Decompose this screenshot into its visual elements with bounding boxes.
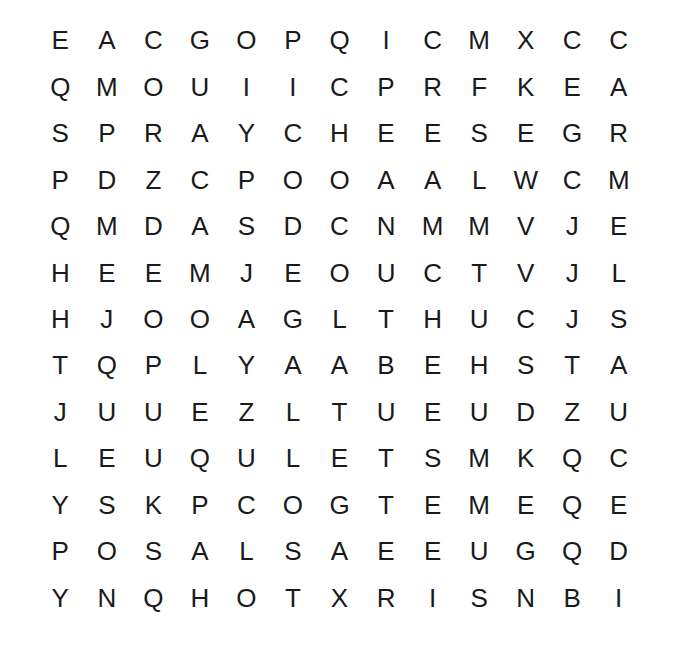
grid-cell[interactable]: C [549, 17, 596, 63]
grid-cell[interactable]: U [84, 389, 131, 435]
grid-cell[interactable]: Y [223, 342, 270, 388]
grid-cell[interactable]: P [223, 156, 270, 202]
grid-cell[interactable]: O [177, 296, 224, 342]
grid-cell[interactable]: E [502, 482, 549, 528]
grid-cell[interactable]: P [84, 110, 131, 156]
word-search-grid: EACGOPQICMXCCQMOUIICPRFKEASPRAYCHEESEGRP… [37, 17, 642, 621]
grid-cell[interactable]: T [363, 435, 410, 481]
grid-cell[interactable]: G [270, 296, 317, 342]
grid-cell[interactable]: U [363, 389, 410, 435]
grid-cell[interactable]: U [456, 389, 503, 435]
grid-cell[interactable]: G [502, 528, 549, 574]
grid-cell[interactable]: E [177, 389, 224, 435]
grid-cell[interactable]: O [223, 17, 270, 63]
grid-cell[interactable]: I [409, 575, 456, 621]
grid-cell[interactable]: Y [223, 110, 270, 156]
grid-cell[interactable]: R [409, 63, 456, 109]
grid-cell[interactable]: L [270, 435, 317, 481]
grid-cell[interactable]: E [363, 110, 410, 156]
grid-cell[interactable]: L [177, 342, 224, 388]
grid-cell[interactable]: A [316, 342, 363, 388]
grid-cell[interactable]: A [316, 528, 363, 574]
grid-cell[interactable]: U [223, 435, 270, 481]
grid-cell[interactable]: Q [177, 435, 224, 481]
grid-cell[interactable]: E [363, 528, 410, 574]
grid-cell[interactable]: P [177, 482, 224, 528]
grid-cell[interactable]: A [177, 110, 224, 156]
grid-cell[interactable]: E [409, 482, 456, 528]
grid-cell[interactable]: L [37, 435, 84, 481]
grid-cell[interactable]: J [223, 249, 270, 295]
grid-cell[interactable]: A [84, 17, 131, 63]
grid-cell[interactable]: T [456, 249, 503, 295]
grid-cell[interactable]: Z [223, 389, 270, 435]
grid-cell[interactable]: L [223, 528, 270, 574]
grid-cell[interactable]: S [595, 296, 642, 342]
grid-cell[interactable]: H [316, 110, 363, 156]
grid-cell[interactable]: P [37, 528, 84, 574]
grid-cell[interactable]: C [595, 435, 642, 481]
grid-cell[interactable]: X [316, 575, 363, 621]
grid-cell[interactable]: S [223, 203, 270, 249]
grid-cell[interactable]: V [502, 249, 549, 295]
grid-cell[interactable]: P [363, 63, 410, 109]
grid-cell[interactable]: A [595, 63, 642, 109]
grid-cell[interactable]: O [316, 249, 363, 295]
grid-cell[interactable]: P [270, 17, 317, 63]
grid-cell[interactable]: C [130, 17, 177, 63]
grid-cell[interactable]: A [177, 203, 224, 249]
grid-cell[interactable]: T [363, 296, 410, 342]
grid-cell[interactable]: E [595, 482, 642, 528]
grid-cell[interactable]: J [84, 296, 131, 342]
grid-cell[interactable]: Z [130, 156, 177, 202]
grid-cell[interactable]: O [270, 156, 317, 202]
grid-cell[interactable]: K [502, 435, 549, 481]
grid-cell[interactable]: J [549, 203, 596, 249]
grid-cell[interactable]: O [223, 575, 270, 621]
grid-cell[interactable]: Y [37, 482, 84, 528]
grid-cell[interactable]: H [37, 249, 84, 295]
grid-cell[interactable]: C [177, 156, 224, 202]
grid-cell[interactable]: C [223, 482, 270, 528]
grid-cell[interactable]: O [130, 63, 177, 109]
grid-cell[interactable]: R [595, 110, 642, 156]
grid-cell[interactable]: T [37, 342, 84, 388]
grid-cell[interactable]: X [502, 17, 549, 63]
grid-cell[interactable]: I [595, 575, 642, 621]
grid-cell[interactable]: Q [84, 342, 131, 388]
grid-cell[interactable]: U [177, 63, 224, 109]
grid-cell[interactable]: T [316, 389, 363, 435]
grid-cell[interactable]: H [456, 342, 503, 388]
grid-cell[interactable]: D [130, 203, 177, 249]
grid-cell[interactable]: N [84, 575, 131, 621]
grid-cell[interactable]: C [409, 249, 456, 295]
grid-cell[interactable]: C [595, 17, 642, 63]
grid-cell[interactable]: O [84, 528, 131, 574]
grid-cell[interactable]: G [316, 482, 363, 528]
grid-cell[interactable]: B [363, 342, 410, 388]
grid-cell[interactable]: M [84, 63, 131, 109]
grid-cell[interactable]: D [84, 156, 131, 202]
grid-cell[interactable]: L [316, 296, 363, 342]
grid-cell[interactable]: U [595, 389, 642, 435]
grid-cell[interactable]: Q [37, 203, 84, 249]
grid-cell[interactable]: L [456, 156, 503, 202]
grid-cell[interactable]: Q [549, 435, 596, 481]
grid-cell[interactable]: W [502, 156, 549, 202]
grid-cell[interactable]: S [409, 435, 456, 481]
grid-cell[interactable]: I [270, 63, 317, 109]
grid-cell[interactable]: A [270, 342, 317, 388]
grid-cell[interactable]: E [270, 249, 317, 295]
grid-cell[interactable]: A [595, 342, 642, 388]
grid-cell[interactable]: S [130, 528, 177, 574]
grid-cell[interactable]: C [270, 110, 317, 156]
grid-cell[interactable]: N [502, 575, 549, 621]
grid-cell[interactable]: H [409, 296, 456, 342]
grid-cell[interactable]: S [84, 482, 131, 528]
grid-cell[interactable]: E [84, 435, 131, 481]
grid-cell[interactable]: E [502, 110, 549, 156]
grid-cell[interactable]: J [549, 296, 596, 342]
grid-cell[interactable]: D [270, 203, 317, 249]
grid-cell[interactable]: K [130, 482, 177, 528]
grid-cell[interactable]: S [37, 110, 84, 156]
grid-cell[interactable]: P [37, 156, 84, 202]
grid-cell[interactable]: A [177, 528, 224, 574]
grid-cell[interactable]: H [177, 575, 224, 621]
grid-cell[interactable]: U [456, 528, 503, 574]
grid-cell[interactable]: G [177, 17, 224, 63]
grid-cell[interactable]: J [549, 249, 596, 295]
grid-cell[interactable]: A [363, 156, 410, 202]
grid-cell[interactable]: R [130, 110, 177, 156]
grid-cell[interactable]: S [502, 342, 549, 388]
grid-cell[interactable]: L [595, 249, 642, 295]
grid-cell[interactable]: U [456, 296, 503, 342]
grid-cell[interactable]: E [549, 63, 596, 109]
grid-cell[interactable]: I [363, 17, 410, 63]
grid-cell[interactable]: C [549, 156, 596, 202]
grid-cell[interactable]: C [316, 63, 363, 109]
grid-cell[interactable]: U [130, 435, 177, 481]
grid-cell[interactable]: N [363, 203, 410, 249]
grid-cell[interactable]: E [409, 342, 456, 388]
grid-cell[interactable]: D [595, 528, 642, 574]
grid-cell[interactable]: O [316, 156, 363, 202]
grid-cell[interactable]: Y [37, 575, 84, 621]
grid-cell[interactable]: F [456, 63, 503, 109]
grid-cell[interactable]: C [409, 17, 456, 63]
grid-cell[interactable]: M [456, 17, 503, 63]
grid-cell[interactable]: S [456, 110, 503, 156]
grid-cell[interactable]: Q [130, 575, 177, 621]
grid-cell[interactable]: E [37, 17, 84, 63]
grid-cell[interactable]: M [409, 203, 456, 249]
grid-cell[interactable]: C [316, 203, 363, 249]
grid-cell[interactable]: Q [316, 17, 363, 63]
grid-cell[interactable]: G [549, 110, 596, 156]
grid-cell[interactable]: D [502, 389, 549, 435]
grid-cell[interactable]: A [223, 296, 270, 342]
grid-cell[interactable]: E [595, 203, 642, 249]
grid-cell[interactable]: T [549, 342, 596, 388]
grid-cell[interactable]: M [456, 435, 503, 481]
grid-cell[interactable]: L [270, 389, 317, 435]
grid-cell[interactable]: E [409, 110, 456, 156]
grid-cell[interactable]: J [37, 389, 84, 435]
grid-cell[interactable]: U [130, 389, 177, 435]
grid-cell[interactable]: R [363, 575, 410, 621]
grid-cell[interactable]: M [456, 482, 503, 528]
grid-cell[interactable]: I [223, 63, 270, 109]
grid-cell[interactable]: U [363, 249, 410, 295]
grid-cell[interactable]: S [456, 575, 503, 621]
grid-cell[interactable]: T [363, 482, 410, 528]
grid-cell[interactable]: O [270, 482, 317, 528]
grid-cell[interactable]: Q [549, 482, 596, 528]
grid-cell[interactable]: Z [549, 389, 596, 435]
grid-cell[interactable]: M [84, 203, 131, 249]
grid-cell[interactable]: M [456, 203, 503, 249]
grid-cell[interactable]: E [316, 435, 363, 481]
grid-cell[interactable]: M [177, 249, 224, 295]
word-search-page: EACGOPQICMXCCQMOUIICPRFKEASPRAYCHEESEGRP… [0, 0, 680, 648]
grid-cell[interactable]: C [502, 296, 549, 342]
grid-cell[interactable]: M [595, 156, 642, 202]
grid-cell[interactable]: H [37, 296, 84, 342]
grid-cell[interactable]: B [549, 575, 596, 621]
grid-cell[interactable]: E [409, 389, 456, 435]
grid-cell[interactable]: E [84, 249, 131, 295]
grid-cell[interactable]: E [409, 528, 456, 574]
grid-cell[interactable]: S [270, 528, 317, 574]
grid-cell[interactable]: T [270, 575, 317, 621]
grid-cell[interactable]: O [130, 296, 177, 342]
grid-cell[interactable]: K [502, 63, 549, 109]
grid-cell[interactable]: E [130, 249, 177, 295]
grid-cell[interactable]: V [502, 203, 549, 249]
grid-cell[interactable]: Q [37, 63, 84, 109]
grid-cell[interactable]: P [130, 342, 177, 388]
grid-cell[interactable]: Q [549, 528, 596, 574]
grid-cell[interactable]: A [409, 156, 456, 202]
